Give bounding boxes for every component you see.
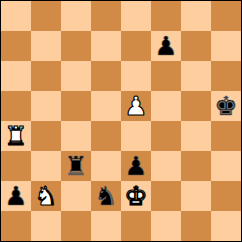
square-d3[interactable]	[91, 151, 121, 181]
square-b5[interactable]	[31, 91, 61, 121]
square-h1[interactable]	[211, 211, 241, 241]
square-b4[interactable]	[31, 121, 61, 151]
square-e8[interactable]	[121, 1, 151, 31]
square-g2[interactable]	[181, 181, 211, 211]
black-king: ♚	[214, 91, 237, 121]
square-c4[interactable]	[61, 121, 91, 151]
square-e2[interactable]: ♚	[121, 181, 151, 211]
square-a2[interactable]: ♟	[1, 181, 31, 211]
square-h5[interactable]: ♚	[211, 91, 241, 121]
square-c5[interactable]	[61, 91, 91, 121]
square-f6[interactable]	[151, 61, 181, 91]
square-d8[interactable]	[91, 1, 121, 31]
square-c7[interactable]	[61, 31, 91, 61]
square-b1[interactable]	[31, 211, 61, 241]
square-b6[interactable]	[31, 61, 61, 91]
square-a1[interactable]	[1, 211, 31, 241]
square-g5[interactable]	[181, 91, 211, 121]
square-f3[interactable]	[151, 151, 181, 181]
square-d6[interactable]	[91, 61, 121, 91]
square-b7[interactable]	[31, 31, 61, 61]
square-a3[interactable]	[1, 151, 31, 181]
square-c3[interactable]: ♜	[61, 151, 91, 181]
square-g1[interactable]	[181, 211, 211, 241]
square-f8[interactable]	[151, 1, 181, 31]
black-knight: ♞	[94, 181, 117, 211]
square-h4[interactable]	[211, 121, 241, 151]
square-h2[interactable]	[211, 181, 241, 211]
square-h3[interactable]	[211, 151, 241, 181]
square-f5[interactable]	[151, 91, 181, 121]
square-a6[interactable]	[1, 61, 31, 91]
square-d2[interactable]: ♞	[91, 181, 121, 211]
square-b3[interactable]	[31, 151, 61, 181]
square-d5[interactable]	[91, 91, 121, 121]
square-f7[interactable]: ♟	[151, 31, 181, 61]
square-g6[interactable]	[181, 61, 211, 91]
white-king: ♚	[124, 181, 147, 211]
square-b2[interactable]: ♞	[31, 181, 61, 211]
square-h8[interactable]	[211, 1, 241, 31]
square-f1[interactable]	[151, 211, 181, 241]
square-h7[interactable]	[211, 31, 241, 61]
square-a7[interactable]	[1, 31, 31, 61]
square-f2[interactable]	[151, 181, 181, 211]
square-g8[interactable]	[181, 1, 211, 31]
square-c8[interactable]	[61, 1, 91, 31]
black-pawn: ♟	[154, 31, 177, 61]
chess-board-frame: ♟♟♚♜♜♟♟♞♞♚	[0, 0, 242, 242]
white-pawn: ♟	[124, 91, 147, 121]
square-c6[interactable]	[61, 61, 91, 91]
square-a4[interactable]: ♜	[1, 121, 31, 151]
square-a8[interactable]	[1, 1, 31, 31]
square-e6[interactable]	[121, 61, 151, 91]
square-b8[interactable]	[31, 1, 61, 31]
black-pawn: ♟	[124, 151, 147, 181]
square-e3[interactable]: ♟	[121, 151, 151, 181]
square-g7[interactable]	[181, 31, 211, 61]
square-c2[interactable]	[61, 181, 91, 211]
black-rook: ♜	[64, 151, 87, 181]
square-e5[interactable]: ♟	[121, 91, 151, 121]
square-c1[interactable]	[61, 211, 91, 241]
chess-board: ♟♟♚♜♜♟♟♞♞♚	[1, 1, 241, 241]
white-rook: ♜	[4, 121, 27, 151]
square-e7[interactable]	[121, 31, 151, 61]
square-e1[interactable]	[121, 211, 151, 241]
square-g3[interactable]	[181, 151, 211, 181]
square-g4[interactable]	[181, 121, 211, 151]
square-f4[interactable]	[151, 121, 181, 151]
square-e4[interactable]	[121, 121, 151, 151]
black-pawn: ♟	[4, 181, 27, 211]
square-a5[interactable]	[1, 91, 31, 121]
square-d4[interactable]	[91, 121, 121, 151]
square-h6[interactable]	[211, 61, 241, 91]
square-d7[interactable]	[91, 31, 121, 61]
square-d1[interactable]	[91, 211, 121, 241]
white-knight: ♞	[34, 181, 57, 211]
